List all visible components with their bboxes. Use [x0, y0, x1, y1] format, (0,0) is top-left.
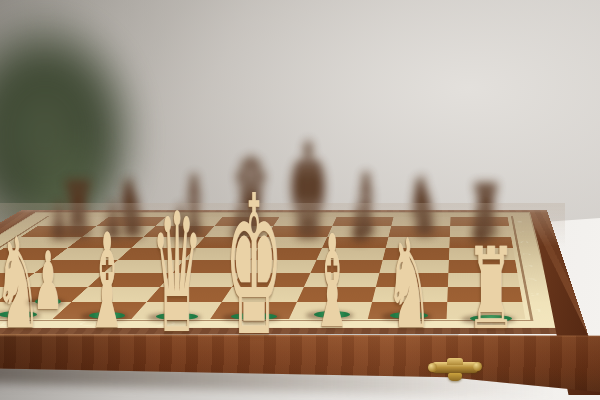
square-f5 — [317, 248, 386, 260]
square-g1 — [368, 302, 447, 319]
square-d6 — [195, 237, 266, 248]
square-d4 — [173, 260, 251, 273]
square-e2 — [222, 287, 304, 302]
square-h8 — [450, 217, 509, 227]
square-c6 — [131, 237, 205, 248]
square-d3 — [160, 273, 242, 287]
square-h6 — [449, 237, 513, 248]
square-f6 — [322, 237, 388, 248]
square-d2 — [146, 287, 232, 302]
file-label-h: H — [446, 320, 527, 327]
square-f8 — [332, 217, 393, 227]
square-f2 — [297, 287, 376, 302]
square-g8 — [391, 217, 450, 227]
rank-label-3: 3 — [516, 273, 550, 287]
square-e8 — [273, 217, 337, 227]
square-d5 — [184, 248, 258, 260]
square-h1 — [447, 302, 526, 319]
brass-clasp-icon — [428, 357, 482, 383]
square-c7 — [144, 226, 214, 236]
chess-set-photo: ABCDEFGH 87654321 ♜♞♝♛♚♝♞♜♟♟♟♟♟♟♞♟♝♛♚♝♞♜ — [0, 0, 600, 400]
square-c3 — [88, 273, 173, 287]
square-g4 — [379, 260, 448, 273]
square-h4 — [448, 260, 517, 273]
square-e3 — [232, 273, 311, 287]
rank-label-8: 8 — [506, 217, 534, 227]
square-g2 — [372, 287, 448, 302]
rank-label-7: 7 — [508, 226, 537, 236]
file-label-g: G — [366, 320, 447, 327]
square-e1 — [210, 302, 297, 319]
rank-label-4: 4 — [513, 260, 545, 273]
clasp-left-finial — [428, 363, 437, 372]
square-h5 — [449, 248, 515, 260]
board-file-labels: ABCDEFGH — [0, 320, 527, 327]
square-e7 — [266, 226, 332, 236]
square-e6 — [259, 237, 328, 248]
square-c5 — [118, 248, 195, 260]
square-c8 — [155, 217, 223, 227]
square-c4 — [104, 260, 185, 273]
square-d7 — [205, 226, 273, 236]
square-g7 — [389, 226, 451, 236]
square-h2 — [447, 287, 522, 302]
clasp-right-finial — [473, 362, 482, 371]
square-h7 — [450, 226, 511, 236]
file-label-f: F — [285, 320, 367, 327]
square-f7 — [327, 226, 391, 236]
square-h3 — [448, 273, 520, 287]
square-d1 — [131, 302, 221, 319]
rank-label-6: 6 — [510, 237, 540, 248]
rank-label-5: 5 — [511, 248, 542, 260]
clasp-foot — [448, 373, 462, 381]
square-g5 — [383, 248, 450, 260]
square-d8 — [214, 217, 280, 227]
board-squares — [0, 217, 525, 319]
board-plane: ABCDEFGH 87654321 — [0, 210, 588, 334]
square-f4 — [311, 260, 383, 273]
square-g6 — [386, 237, 450, 248]
square-e4 — [242, 260, 317, 273]
clasp-crown — [447, 358, 463, 365]
square-f1 — [289, 302, 372, 319]
file-label-c: C — [43, 320, 130, 327]
square-e5 — [250, 248, 322, 260]
square-g3 — [376, 273, 448, 287]
file-label-d: D — [124, 320, 209, 327]
file-label-e: E — [205, 320, 289, 327]
square-f3 — [304, 273, 380, 287]
